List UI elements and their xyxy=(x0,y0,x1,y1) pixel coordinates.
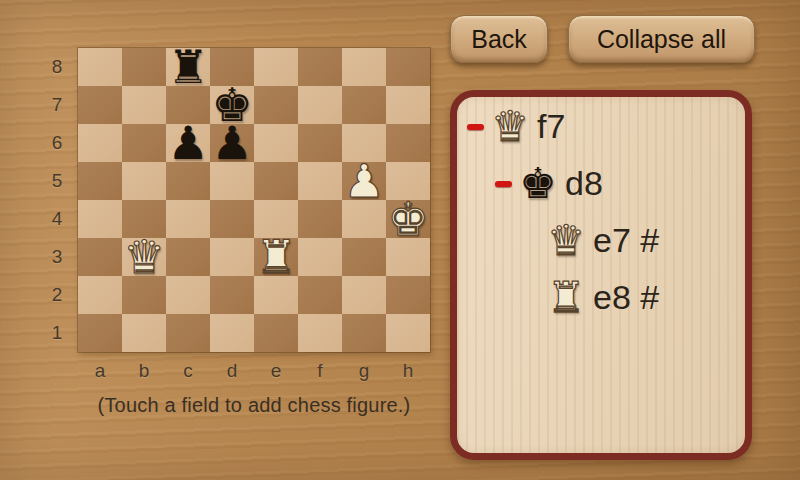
move-row-4[interactable]: ♜e8 # xyxy=(457,269,745,326)
square-d1[interactable] xyxy=(210,314,254,352)
square-a3[interactable] xyxy=(78,238,122,276)
chess-board: ♜♚♟♟♟♚♛♜ xyxy=(78,48,430,352)
move-tree-panel: ♛f7♚d8♛e7 #♜e8 # xyxy=(450,90,752,460)
move-row-2[interactable]: ♚d8 xyxy=(457,155,745,212)
square-c1[interactable] xyxy=(166,314,210,352)
square-f2[interactable] xyxy=(298,276,342,314)
square-b5[interactable] xyxy=(122,162,166,200)
square-g8[interactable] xyxy=(342,48,386,86)
collapse-marker-slot[interactable] xyxy=(495,181,519,187)
square-h8[interactable] xyxy=(386,48,430,86)
file-label-c: c xyxy=(166,356,210,386)
white-rook-icon: ♜ xyxy=(547,274,585,322)
collapse-marker-slot xyxy=(523,295,547,301)
white-rook: ♜ xyxy=(255,238,296,276)
rank-label-1: 1 xyxy=(44,314,70,352)
square-e8[interactable] xyxy=(254,48,298,86)
square-c4[interactable] xyxy=(166,200,210,238)
square-b7[interactable] xyxy=(122,86,166,124)
square-d6[interactable]: ♟ xyxy=(210,124,254,162)
rank-label-7: 7 xyxy=(44,86,70,124)
move-label: f7 xyxy=(537,107,565,146)
move-row-1[interactable]: ♛f7 xyxy=(457,98,745,155)
black-pawn: ♟ xyxy=(211,124,252,162)
rank-labels: 87654321 xyxy=(44,48,70,352)
square-g1[interactable] xyxy=(342,314,386,352)
square-e3[interactable]: ♜ xyxy=(254,238,298,276)
collapse-minus-icon[interactable] xyxy=(495,181,512,187)
square-a6[interactable] xyxy=(78,124,122,162)
file-labels: abcdefgh xyxy=(78,356,430,386)
white-king: ♚ xyxy=(387,200,428,238)
move-label: e7 # xyxy=(593,221,659,260)
square-g6[interactable] xyxy=(342,124,386,162)
black-pawn: ♟ xyxy=(167,124,208,162)
collapse-all-button[interactable]: Collapse all xyxy=(568,15,755,63)
square-h2[interactable] xyxy=(386,276,430,314)
app-root: 87654321 ♜♚♟♟♟♚♛♜ abcdefgh (Touch a fiel… xyxy=(0,0,800,480)
file-label-a: a xyxy=(78,356,122,386)
square-c5[interactable] xyxy=(166,162,210,200)
rank-label-4: 4 xyxy=(44,200,70,238)
square-d8[interactable] xyxy=(210,48,254,86)
square-h7[interactable] xyxy=(386,86,430,124)
square-d2[interactable] xyxy=(210,276,254,314)
move-label: e8 # xyxy=(593,278,659,317)
square-c3[interactable] xyxy=(166,238,210,276)
square-c7[interactable] xyxy=(166,86,210,124)
rank-label-2: 2 xyxy=(44,276,70,314)
square-e7[interactable] xyxy=(254,86,298,124)
square-f7[interactable] xyxy=(298,86,342,124)
square-g4[interactable] xyxy=(342,200,386,238)
square-d4[interactable] xyxy=(210,200,254,238)
square-b3[interactable]: ♛ xyxy=(122,238,166,276)
black-rook: ♜ xyxy=(167,48,208,86)
square-d3[interactable] xyxy=(210,238,254,276)
file-label-e: e xyxy=(254,356,298,386)
white-queen: ♛ xyxy=(123,238,164,276)
square-a8[interactable] xyxy=(78,48,122,86)
square-d7[interactable]: ♚ xyxy=(210,86,254,124)
file-label-b: b xyxy=(122,356,166,386)
square-e2[interactable] xyxy=(254,276,298,314)
square-c6[interactable]: ♟ xyxy=(166,124,210,162)
square-a7[interactable] xyxy=(78,86,122,124)
white-queen-icon: ♛ xyxy=(547,217,585,265)
square-d5[interactable] xyxy=(210,162,254,200)
square-a5[interactable] xyxy=(78,162,122,200)
square-a2[interactable] xyxy=(78,276,122,314)
file-label-g: g xyxy=(342,356,386,386)
square-g5[interactable]: ♟ xyxy=(342,162,386,200)
square-h6[interactable] xyxy=(386,124,430,162)
square-f3[interactable] xyxy=(298,238,342,276)
collapse-minus-icon[interactable] xyxy=(467,124,484,130)
square-e4[interactable] xyxy=(254,200,298,238)
square-b6[interactable] xyxy=(122,124,166,162)
rank-label-6: 6 xyxy=(44,124,70,162)
square-f8[interactable] xyxy=(298,48,342,86)
square-h5[interactable] xyxy=(386,162,430,200)
square-g7[interactable] xyxy=(342,86,386,124)
square-g3[interactable] xyxy=(342,238,386,276)
black-king-icon: ♚ xyxy=(519,160,557,208)
square-a4[interactable] xyxy=(78,200,122,238)
back-button[interactable]: Back xyxy=(450,15,548,63)
square-c8[interactable]: ♜ xyxy=(166,48,210,86)
collapse-marker-slot xyxy=(523,238,547,244)
square-h1[interactable] xyxy=(386,314,430,352)
square-h3[interactable] xyxy=(386,238,430,276)
move-label: d8 xyxy=(565,164,603,203)
white-queen-icon: ♛ xyxy=(491,103,529,151)
board-caption: (Touch a field to add chess figure.) xyxy=(38,394,470,417)
square-f5[interactable] xyxy=(298,162,342,200)
square-a1[interactable] xyxy=(78,314,122,352)
square-f1[interactable] xyxy=(298,314,342,352)
square-e6[interactable] xyxy=(254,124,298,162)
square-b8[interactable] xyxy=(122,48,166,86)
square-e1[interactable] xyxy=(254,314,298,352)
rank-label-8: 8 xyxy=(44,48,70,86)
square-f4[interactable] xyxy=(298,200,342,238)
move-row-3[interactable]: ♛e7 # xyxy=(457,212,745,269)
file-label-f: f xyxy=(298,356,342,386)
square-g2[interactable] xyxy=(342,276,386,314)
square-h4[interactable]: ♚ xyxy=(386,200,430,238)
file-label-h: h xyxy=(386,356,430,386)
square-b4[interactable] xyxy=(122,200,166,238)
square-b1[interactable] xyxy=(122,314,166,352)
square-b2[interactable] xyxy=(122,276,166,314)
rank-label-5: 5 xyxy=(44,162,70,200)
collapse-marker-slot[interactable] xyxy=(467,124,491,130)
square-f6[interactable] xyxy=(298,124,342,162)
square-e5[interactable] xyxy=(254,162,298,200)
square-c2[interactable] xyxy=(166,276,210,314)
file-label-d: d xyxy=(210,356,254,386)
rank-label-3: 3 xyxy=(44,238,70,276)
black-king: ♚ xyxy=(211,86,252,124)
white-pawn: ♟ xyxy=(343,162,384,200)
